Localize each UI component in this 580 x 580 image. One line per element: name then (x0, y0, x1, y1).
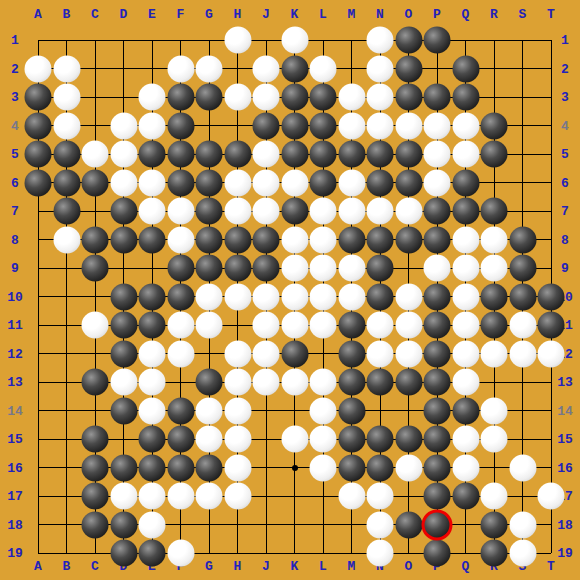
black-stone[interactable] (139, 283, 166, 310)
white-stone[interactable] (481, 483, 508, 510)
black-stone[interactable] (395, 426, 422, 453)
white-stone[interactable] (452, 112, 479, 139)
white-stone[interactable] (424, 112, 451, 139)
white-stone[interactable] (224, 454, 251, 481)
white-stone[interactable] (281, 226, 308, 253)
white-stone[interactable] (338, 283, 365, 310)
black-stone[interactable] (139, 540, 166, 567)
white-stone[interactable] (367, 112, 394, 139)
black-stone[interactable] (395, 27, 422, 54)
white-stone[interactable] (139, 483, 166, 510)
black-stone[interactable] (481, 540, 508, 567)
white-stone[interactable] (53, 112, 80, 139)
white-stone[interactable] (196, 312, 223, 339)
black-stone[interactable] (338, 340, 365, 367)
white-stone[interactable] (395, 312, 422, 339)
white-stone[interactable] (224, 27, 251, 54)
row-label-left: 5 (11, 148, 19, 161)
column-label-top: E (148, 8, 156, 21)
white-stone[interactable] (281, 369, 308, 396)
black-stone[interactable] (110, 540, 137, 567)
white-stone[interactable] (281, 312, 308, 339)
black-stone[interactable] (395, 55, 422, 82)
white-stone[interactable] (509, 454, 536, 481)
white-stone[interactable] (338, 169, 365, 196)
column-label-top: O (405, 8, 413, 21)
black-stone[interactable] (367, 369, 394, 396)
black-stone[interactable] (196, 84, 223, 111)
white-stone[interactable] (196, 55, 223, 82)
white-stone[interactable] (509, 511, 536, 538)
black-stone[interactable] (338, 397, 365, 424)
white-stone[interactable] (110, 369, 137, 396)
white-stone[interactable] (395, 454, 422, 481)
row-label-left: 2 (11, 62, 19, 75)
column-label-top: N (376, 8, 384, 21)
white-stone[interactable] (196, 426, 223, 453)
row-label-left: 19 (7, 547, 23, 560)
white-stone[interactable] (310, 226, 337, 253)
white-stone[interactable] (395, 340, 422, 367)
row-label-right: 14 (557, 404, 573, 417)
black-stone[interactable] (424, 454, 451, 481)
black-stone[interactable] (367, 226, 394, 253)
column-label-top: P (433, 8, 441, 21)
black-stone[interactable] (310, 84, 337, 111)
black-stone[interactable] (481, 198, 508, 225)
column-label-bottom: J (262, 560, 270, 573)
black-stone[interactable] (25, 141, 52, 168)
black-stone[interactable] (167, 112, 194, 139)
row-label-left: 10 (7, 290, 23, 303)
row-label-right: 5 (561, 148, 569, 161)
black-stone[interactable] (310, 112, 337, 139)
white-stone[interactable] (367, 340, 394, 367)
white-stone[interactable] (338, 198, 365, 225)
black-stone[interactable] (139, 454, 166, 481)
column-label-top: L (319, 8, 327, 21)
white-stone[interactable] (253, 283, 280, 310)
column-label-bottom: T (547, 560, 555, 573)
white-stone[interactable] (253, 369, 280, 396)
white-stone[interactable] (310, 426, 337, 453)
row-label-right: 2 (561, 62, 569, 75)
black-stone[interactable] (53, 169, 80, 196)
white-stone[interactable] (452, 340, 479, 367)
white-stone[interactable] (224, 397, 251, 424)
white-stone[interactable] (452, 426, 479, 453)
black-stone[interactable] (338, 369, 365, 396)
row-label-right: 15 (557, 433, 573, 446)
white-stone[interactable] (196, 397, 223, 424)
black-stone[interactable] (338, 312, 365, 339)
column-label-bottom: B (63, 560, 71, 573)
white-stone[interactable] (224, 426, 251, 453)
white-stone[interactable] (224, 483, 251, 510)
white-stone[interactable] (167, 540, 194, 567)
black-stone[interactable] (281, 141, 308, 168)
black-stone[interactable] (338, 454, 365, 481)
black-stone[interactable] (509, 226, 536, 253)
column-label-bottom: L (319, 560, 327, 573)
black-stone[interactable] (424, 312, 451, 339)
black-stone[interactable] (481, 112, 508, 139)
white-stone[interactable] (167, 226, 194, 253)
black-stone[interactable] (224, 255, 251, 282)
white-stone[interactable] (82, 141, 109, 168)
black-stone[interactable] (167, 397, 194, 424)
white-stone[interactable] (395, 198, 422, 225)
black-stone[interactable] (253, 226, 280, 253)
black-stone[interactable] (452, 55, 479, 82)
white-stone[interactable] (82, 312, 109, 339)
white-stone[interactable] (53, 55, 80, 82)
white-stone[interactable] (253, 141, 280, 168)
white-stone[interactable] (281, 283, 308, 310)
black-stone[interactable] (424, 226, 451, 253)
white-stone[interactable] (310, 369, 337, 396)
black-stone[interactable] (53, 198, 80, 225)
black-stone[interactable] (82, 483, 109, 510)
column-label-bottom: C (91, 560, 99, 573)
column-label-bottom: H (234, 560, 242, 573)
row-label-left: 4 (11, 119, 19, 132)
white-stone[interactable] (452, 141, 479, 168)
white-stone[interactable] (481, 226, 508, 253)
column-label-top: D (120, 8, 128, 21)
row-label-left: 9 (11, 262, 19, 275)
white-stone[interactable] (139, 511, 166, 538)
row-label-right: 8 (561, 233, 569, 246)
black-stone[interactable] (481, 312, 508, 339)
black-stone[interactable] (253, 255, 280, 282)
black-stone[interactable] (82, 169, 109, 196)
column-label-top: B (63, 8, 71, 21)
white-stone[interactable] (253, 312, 280, 339)
black-stone[interactable] (82, 369, 109, 396)
white-stone[interactable] (281, 27, 308, 54)
column-label-top: M (348, 8, 356, 21)
white-stone[interactable] (424, 141, 451, 168)
black-stone[interactable] (424, 283, 451, 310)
white-stone[interactable] (110, 141, 137, 168)
black-stone[interactable] (110, 226, 137, 253)
white-stone[interactable] (310, 198, 337, 225)
black-stone[interactable] (82, 511, 109, 538)
black-stone[interactable] (452, 84, 479, 111)
row-label-right: 16 (557, 461, 573, 474)
column-label-bottom: A (34, 560, 42, 573)
black-stone[interactable] (167, 255, 194, 282)
black-stone[interactable] (167, 84, 194, 111)
black-stone[interactable] (253, 112, 280, 139)
white-stone[interactable] (338, 483, 365, 510)
black-stone[interactable] (224, 226, 251, 253)
black-stone[interactable] (196, 369, 223, 396)
black-stone[interactable] (25, 169, 52, 196)
white-stone[interactable] (509, 312, 536, 339)
white-stone[interactable] (139, 369, 166, 396)
white-stone[interactable] (224, 198, 251, 225)
black-stone[interactable] (367, 141, 394, 168)
white-stone[interactable] (224, 84, 251, 111)
black-stone[interactable] (367, 169, 394, 196)
black-stone[interactable] (395, 169, 422, 196)
black-stone[interactable] (196, 255, 223, 282)
black-stone[interactable] (281, 340, 308, 367)
row-label-right: 7 (561, 205, 569, 218)
white-stone[interactable] (338, 255, 365, 282)
black-stone[interactable] (82, 255, 109, 282)
row-label-left: 12 (7, 347, 23, 360)
row-label-left: 3 (11, 91, 19, 104)
white-stone[interactable] (167, 483, 194, 510)
black-stone[interactable] (310, 141, 337, 168)
black-stone[interactable] (424, 198, 451, 225)
white-stone[interactable] (310, 397, 337, 424)
white-stone[interactable] (509, 340, 536, 367)
white-stone[interactable] (452, 312, 479, 339)
column-label-bottom: O (405, 560, 413, 573)
marked-stone-circle (422, 509, 453, 540)
black-stone[interactable] (481, 283, 508, 310)
black-stone[interactable] (110, 397, 137, 424)
row-label-right: 13 (557, 376, 573, 389)
white-stone[interactable] (253, 340, 280, 367)
black-stone[interactable] (82, 426, 109, 453)
white-stone[interactable] (224, 169, 251, 196)
black-stone[interactable] (110, 511, 137, 538)
white-stone[interactable] (367, 55, 394, 82)
black-stone[interactable] (224, 141, 251, 168)
black-stone[interactable] (139, 426, 166, 453)
black-stone[interactable] (509, 255, 536, 282)
black-stone[interactable] (196, 454, 223, 481)
white-stone[interactable] (224, 369, 251, 396)
row-label-left: 17 (7, 490, 23, 503)
white-stone[interactable] (452, 454, 479, 481)
white-stone[interactable] (338, 84, 365, 111)
column-label-top: R (490, 8, 498, 21)
column-label-bottom: Q (462, 560, 470, 573)
white-stone[interactable] (139, 198, 166, 225)
black-stone[interactable] (424, 397, 451, 424)
row-label-left: 14 (7, 404, 23, 417)
white-stone[interactable] (139, 340, 166, 367)
white-stone[interactable] (538, 483, 565, 510)
white-stone[interactable] (310, 283, 337, 310)
black-stone[interactable] (167, 169, 194, 196)
white-stone[interactable] (481, 397, 508, 424)
white-stone[interactable] (196, 483, 223, 510)
black-stone[interactable] (196, 169, 223, 196)
black-stone[interactable] (481, 511, 508, 538)
row-label-right: 4 (561, 119, 569, 132)
row-label-left: 1 (11, 34, 19, 47)
white-stone[interactable] (367, 198, 394, 225)
white-stone[interactable] (367, 84, 394, 111)
black-stone[interactable] (110, 283, 137, 310)
white-stone[interactable] (367, 27, 394, 54)
white-stone[interactable] (367, 511, 394, 538)
white-stone[interactable] (281, 426, 308, 453)
black-stone[interactable] (367, 255, 394, 282)
black-stone[interactable] (395, 511, 422, 538)
black-stone[interactable] (424, 340, 451, 367)
white-stone[interactable] (110, 169, 137, 196)
black-stone[interactable] (367, 283, 394, 310)
black-stone[interactable] (395, 226, 422, 253)
white-stone[interactable] (481, 255, 508, 282)
black-stone[interactable] (395, 141, 422, 168)
white-stone[interactable] (367, 483, 394, 510)
black-stone[interactable] (196, 198, 223, 225)
white-stone[interactable] (167, 198, 194, 225)
white-stone[interactable] (224, 283, 251, 310)
white-stone[interactable] (452, 255, 479, 282)
white-stone[interactable] (196, 283, 223, 310)
column-label-top: Q (462, 8, 470, 21)
black-stone[interactable] (424, 369, 451, 396)
white-stone[interactable] (253, 169, 280, 196)
white-stone[interactable] (424, 169, 451, 196)
white-stone[interactable] (452, 283, 479, 310)
black-stone[interactable] (196, 226, 223, 253)
white-stone[interactable] (167, 55, 194, 82)
black-stone[interactable] (338, 426, 365, 453)
white-stone[interactable] (139, 397, 166, 424)
black-stone[interactable] (139, 312, 166, 339)
white-stone[interactable] (139, 84, 166, 111)
row-label-left: 6 (11, 176, 19, 189)
black-stone[interactable] (82, 454, 109, 481)
column-label-top: S (519, 8, 527, 21)
black-stone[interactable] (424, 426, 451, 453)
black-stone[interactable] (452, 397, 479, 424)
black-stone[interactable] (509, 283, 536, 310)
black-stone[interactable] (110, 340, 137, 367)
black-stone[interactable] (167, 283, 194, 310)
white-stone[interactable] (395, 112, 422, 139)
row-label-left: 7 (11, 205, 19, 218)
black-stone[interactable] (310, 169, 337, 196)
row-label-left: 15 (7, 433, 23, 446)
black-stone[interactable] (167, 426, 194, 453)
black-stone[interactable] (281, 55, 308, 82)
white-stone[interactable] (538, 340, 565, 367)
black-stone[interactable] (110, 454, 137, 481)
white-stone[interactable] (310, 312, 337, 339)
black-stone[interactable] (139, 141, 166, 168)
white-stone[interactable] (253, 55, 280, 82)
black-stone[interactable] (167, 141, 194, 168)
white-stone[interactable] (224, 340, 251, 367)
star-point (292, 465, 298, 471)
black-stone[interactable] (452, 483, 479, 510)
black-stone[interactable] (424, 540, 451, 567)
row-label-left: 18 (7, 518, 23, 531)
row-label-left: 8 (11, 233, 19, 246)
column-label-top: G (205, 8, 213, 21)
white-stone[interactable] (338, 112, 365, 139)
white-stone[interactable] (310, 454, 337, 481)
black-stone[interactable] (395, 369, 422, 396)
column-label-top: F (177, 8, 185, 21)
white-stone[interactable] (452, 369, 479, 396)
black-stone[interactable] (424, 27, 451, 54)
white-stone[interactable] (281, 169, 308, 196)
row-label-right: 19 (557, 547, 573, 560)
black-stone[interactable] (281, 198, 308, 225)
white-stone[interactable] (253, 198, 280, 225)
white-stone[interactable] (139, 112, 166, 139)
black-stone[interactable] (167, 454, 194, 481)
white-stone[interactable] (139, 169, 166, 196)
black-stone[interactable] (367, 454, 394, 481)
white-stone[interactable] (481, 426, 508, 453)
column-label-top: A (34, 8, 42, 21)
black-stone[interactable] (338, 226, 365, 253)
white-stone[interactable] (53, 84, 80, 111)
black-stone[interactable] (452, 169, 479, 196)
white-stone[interactable] (367, 312, 394, 339)
black-stone[interactable] (424, 483, 451, 510)
white-stone[interactable] (424, 255, 451, 282)
go-board[interactable]: AABBCCDDEEFFGGHHJJKKLLMMNNOOPPQQRRSSTT11… (0, 0, 580, 580)
black-stone[interactable] (110, 312, 137, 339)
white-stone[interactable] (310, 255, 337, 282)
white-stone[interactable] (167, 340, 194, 367)
white-stone[interactable] (110, 483, 137, 510)
black-stone[interactable] (82, 226, 109, 253)
white-stone[interactable] (281, 255, 308, 282)
row-label-right: 9 (561, 262, 569, 275)
black-stone[interactable] (424, 84, 451, 111)
column-label-top: C (91, 8, 99, 21)
white-stone[interactable] (253, 84, 280, 111)
black-stone[interactable] (281, 84, 308, 111)
white-stone[interactable] (481, 340, 508, 367)
black-stone[interactable] (367, 426, 394, 453)
white-stone[interactable] (452, 226, 479, 253)
black-stone[interactable] (110, 198, 137, 225)
row-label-right: 18 (557, 518, 573, 531)
black-stone[interactable] (139, 226, 166, 253)
black-stone[interactable] (25, 84, 52, 111)
black-stone[interactable] (281, 112, 308, 139)
black-stone[interactable] (25, 112, 52, 139)
black-stone[interactable] (196, 141, 223, 168)
white-stone[interactable] (310, 55, 337, 82)
black-stone[interactable] (452, 198, 479, 225)
column-label-bottom: M (348, 560, 356, 573)
black-stone[interactable] (481, 141, 508, 168)
black-stone[interactable] (395, 84, 422, 111)
white-stone[interactable] (110, 112, 137, 139)
white-stone[interactable] (367, 540, 394, 567)
column-label-top: K (291, 8, 299, 21)
row-label-left: 13 (7, 376, 23, 389)
black-stone[interactable] (338, 141, 365, 168)
black-stone[interactable] (538, 312, 565, 339)
white-stone[interactable] (25, 55, 52, 82)
black-stone[interactable] (53, 141, 80, 168)
white-stone[interactable] (509, 540, 536, 567)
white-stone[interactable] (167, 312, 194, 339)
white-stone[interactable] (395, 283, 422, 310)
black-stone[interactable] (538, 283, 565, 310)
white-stone[interactable] (53, 226, 80, 253)
